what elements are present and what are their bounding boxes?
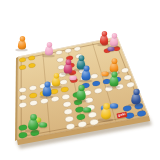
pawn-yellow[interactable]: [52, 73, 60, 87]
pawn-body: [131, 93, 140, 105]
pawn-head: [111, 58, 117, 64]
pawn-red[interactable]: [100, 31, 108, 45]
pawn-body: [28, 119, 38, 131]
pawn-head: [103, 103, 110, 110]
pawn-head: [78, 55, 84, 61]
pawn-body: [18, 40, 26, 50]
pawn-body: [100, 35, 108, 45]
pawn-orange[interactable]: [18, 36, 26, 50]
pawn-body: [45, 46, 53, 56]
pawn-green[interactable]: [76, 85, 85, 101]
pawn-body: [110, 76, 119, 87]
pawn-body: [101, 108, 111, 120]
pawn-body: [76, 89, 85, 101]
pawn-head: [65, 59, 71, 65]
pawn-head: [101, 31, 106, 36]
pawn-head: [44, 82, 50, 88]
pawn-magenta[interactable]: [64, 59, 73, 74]
pawn-head: [53, 73, 58, 78]
pawn-body: [52, 77, 60, 87]
pawn-head: [83, 66, 89, 72]
pawn-head: [111, 72, 117, 78]
pawn-head: [111, 33, 116, 38]
pawn-pink[interactable]: [110, 33, 118, 47]
pawn-yellow[interactable]: [101, 103, 111, 120]
pawn-green[interactable]: [28, 114, 38, 131]
pawn-head: [133, 89, 139, 95]
pawn-green[interactable]: [110, 72, 119, 88]
pawn-blue[interactable]: [82, 66, 91, 82]
pawn-pink[interactable]: [45, 42, 53, 56]
pawn-head: [19, 36, 24, 41]
pawn-navy[interactable]: [131, 89, 140, 105]
pawn-blue[interactable]: [43, 82, 52, 98]
pawn-head: [46, 42, 51, 47]
pawn-head: [30, 114, 37, 121]
pawn-head: [78, 85, 84, 91]
pawn-body: [64, 63, 73, 74]
pawn-body: [43, 86, 52, 97]
pawn-body: [110, 37, 118, 47]
ludo-board-photo: goki: [0, 0, 160, 160]
pawn-body: [82, 70, 91, 81]
